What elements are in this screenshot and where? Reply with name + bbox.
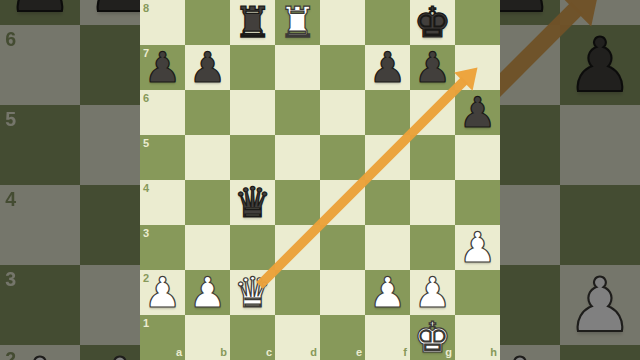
rank-label-6: 6 <box>5 30 16 50</box>
square-e8[interactable] <box>320 0 365 45</box>
square-h7[interactable] <box>455 45 500 90</box>
square-a6[interactable]: 6 <box>140 90 185 135</box>
square-g2[interactable]: ♟ <box>410 270 455 315</box>
square-c5[interactable] <box>230 135 275 180</box>
white-pawn-a2[interactable]: ♟ <box>140 270 185 315</box>
black-pawn-f7[interactable]: ♟ <box>365 45 410 90</box>
square-d3[interactable] <box>275 225 320 270</box>
rank-label-5: 5 <box>143 138 149 149</box>
square-h1[interactable]: h <box>455 315 500 360</box>
file-label-h: h <box>490 347 497 358</box>
square-h6: ♟ <box>560 25 640 105</box>
square-d8[interactable]: ♜ <box>275 0 320 45</box>
white-pawn-g2[interactable]: ♟ <box>410 270 455 315</box>
square-f1[interactable]: f <box>365 315 410 360</box>
file-label-f: f <box>403 347 407 358</box>
white-pawn-b2[interactable]: ♟ <box>185 270 230 315</box>
square-b5[interactable] <box>185 135 230 180</box>
black-pawn-g7[interactable]: ♟ <box>410 45 455 90</box>
square-g6[interactable] <box>410 90 455 135</box>
black-pawn-a7[interactable]: ♟ <box>140 45 185 90</box>
square-g7[interactable]: ♟ <box>410 45 455 90</box>
square-h2 <box>560 345 640 360</box>
black-queen-c4[interactable]: ♛ <box>230 180 275 225</box>
square-e5[interactable] <box>320 135 365 180</box>
white-queen-c2[interactable]: ♛ <box>230 270 275 315</box>
square-b6[interactable] <box>185 90 230 135</box>
black-king-g8[interactable]: ♚ <box>410 0 455 45</box>
rank-label-4: 4 <box>143 183 149 194</box>
white-king-g1[interactable]: ♚ <box>410 315 455 360</box>
square-b8[interactable] <box>185 0 230 45</box>
square-a5[interactable]: 5 <box>140 135 185 180</box>
square-a4[interactable]: 4 <box>140 180 185 225</box>
square-g5[interactable] <box>410 135 455 180</box>
square-c7[interactable] <box>230 45 275 90</box>
square-e7[interactable] <box>320 45 365 90</box>
square-d4[interactable] <box>275 180 320 225</box>
black-rook-c8[interactable]: ♜ <box>230 0 275 45</box>
square-h4[interactable] <box>455 180 500 225</box>
square-f3[interactable] <box>365 225 410 270</box>
white-rook-d8[interactable]: ♜ <box>275 0 320 45</box>
square-g3[interactable] <box>410 225 455 270</box>
square-e2[interactable] <box>320 270 365 315</box>
square-b4[interactable] <box>185 180 230 225</box>
square-a5: 5 <box>0 105 80 185</box>
white-pawn-h3: ♟ <box>560 265 640 345</box>
square-a2[interactable]: 2♟ <box>140 270 185 315</box>
rank-label-8: 8 <box>143 3 149 14</box>
rank-label-2: 2 <box>5 350 16 360</box>
square-e4[interactable] <box>320 180 365 225</box>
square-a2: 2♟ <box>0 345 80 360</box>
square-b7[interactable]: ♟ <box>185 45 230 90</box>
rank-label-3: 3 <box>143 228 149 239</box>
square-c4[interactable]: ♛ <box>230 180 275 225</box>
square-g8[interactable]: ♚ <box>410 0 455 45</box>
rank-label-1: 1 <box>143 318 149 329</box>
square-a6: 6 <box>0 25 80 105</box>
square-a1[interactable]: 1a <box>140 315 185 360</box>
file-label-a: a <box>176 347 182 358</box>
square-h4 <box>560 185 640 265</box>
file-label-b: b <box>220 347 227 358</box>
square-h2[interactable] <box>455 270 500 315</box>
square-d1[interactable]: d <box>275 315 320 360</box>
square-h5 <box>560 105 640 185</box>
square-a7: 7♟ <box>0 0 80 25</box>
video-frame: 8♜♜♚7♟♟♟♟6♟54♛3♟2♟♟♛♟♟1abcdefg♚h 8♜♜♚7♟♟… <box>0 0 640 360</box>
chess-board[interactable]: 8♜♜♚7♟♟♟♟6♟54♛3♟2♟♟♛♟♟1abcdefg♚h <box>140 0 500 360</box>
square-d6[interactable] <box>275 90 320 135</box>
square-b3[interactable] <box>185 225 230 270</box>
white-pawn-f2[interactable]: ♟ <box>365 270 410 315</box>
rank-label-2: 2 <box>143 273 149 284</box>
square-f8[interactable] <box>365 0 410 45</box>
square-h3: ♟ <box>560 265 640 345</box>
black-pawn-a7: ♟ <box>0 0 80 25</box>
square-e6[interactable] <box>320 90 365 135</box>
file-label-e: e <box>356 347 362 358</box>
square-a8[interactable]: 8 <box>140 0 185 45</box>
black-pawn-h6[interactable]: ♟ <box>455 90 500 135</box>
square-g4[interactable] <box>410 180 455 225</box>
square-a3[interactable]: 3 <box>140 225 185 270</box>
rank-label-7: 7 <box>143 48 149 59</box>
black-pawn-b7[interactable]: ♟ <box>185 45 230 90</box>
square-d2[interactable] <box>275 270 320 315</box>
file-label-g: g <box>445 347 452 358</box>
square-a3: 3 <box>0 265 80 345</box>
square-h6[interactable]: ♟ <box>455 90 500 135</box>
square-h3[interactable]: ♟ <box>455 225 500 270</box>
rank-label-4: 4 <box>5 190 16 210</box>
square-d5[interactable] <box>275 135 320 180</box>
board-grid: 8♜♜♚7♟♟♟♟6♟54♛3♟2♟♟♛♟♟1abcdefg♚h <box>140 0 500 360</box>
black-pawn-h6: ♟ <box>560 25 640 105</box>
file-label-c: c <box>266 347 272 358</box>
square-b1[interactable]: b <box>185 315 230 360</box>
square-c8[interactable]: ♜ <box>230 0 275 45</box>
square-g1[interactable]: g♚ <box>410 315 455 360</box>
white-pawn-h3[interactable]: ♟ <box>455 225 500 270</box>
square-f6[interactable] <box>365 90 410 135</box>
square-c1[interactable]: c <box>230 315 275 360</box>
square-f5[interactable] <box>365 135 410 180</box>
square-a7[interactable]: 7♟ <box>140 45 185 90</box>
square-e3[interactable] <box>320 225 365 270</box>
square-h5[interactable] <box>455 135 500 180</box>
square-f7[interactable]: ♟ <box>365 45 410 90</box>
file-label-d: d <box>310 347 317 358</box>
square-f2[interactable]: ♟ <box>365 270 410 315</box>
rank-label-6: 6 <box>143 93 149 104</box>
rank-label-3: 3 <box>5 270 16 290</box>
square-h7 <box>560 0 640 25</box>
square-d7[interactable] <box>275 45 320 90</box>
white-pawn-a2: ♟ <box>0 345 80 360</box>
square-c2[interactable]: ♛ <box>230 270 275 315</box>
rank-label-5: 5 <box>5 110 16 130</box>
square-h8[interactable] <box>455 0 500 45</box>
square-e1[interactable]: e <box>320 315 365 360</box>
square-c6[interactable] <box>230 90 275 135</box>
square-b2[interactable]: ♟ <box>185 270 230 315</box>
square-c3[interactable] <box>230 225 275 270</box>
square-f4[interactable] <box>365 180 410 225</box>
square-a4: 4 <box>0 185 80 265</box>
